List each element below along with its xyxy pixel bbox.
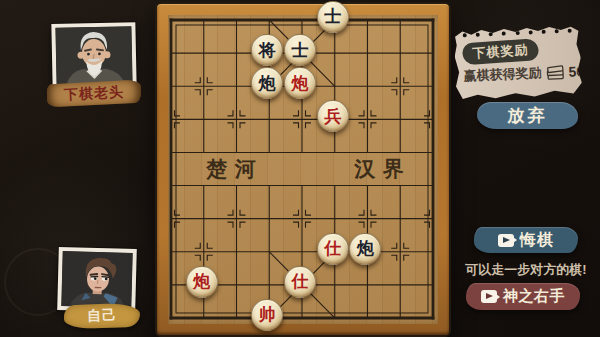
xiangqi-board: 楚 河汉 界 士将士炮炮兵仕炮炮仕帅 <box>155 2 451 337</box>
video-ad-icon <box>498 234 514 247</box>
piece-red-advisor[interactable]: 仕 <box>317 233 349 265</box>
undo-button-label: 悔棋 <box>520 230 554 251</box>
board-field[interactable]: 楚 河汉 界 士将士炮炮兵仕炮炮仕帅 <box>168 15 438 324</box>
piece-red-general[interactable]: 帅 <box>251 299 283 331</box>
self-name-plate: 自己 <box>64 303 141 330</box>
opponent-portrait <box>51 22 136 89</box>
piece-black-general[interactable]: 将 <box>251 34 283 66</box>
old-man-avatar <box>55 26 132 85</box>
piece-red-cannon[interactable]: 炮 <box>186 266 218 298</box>
piece-black-advisor[interactable]: 士 <box>317 1 349 33</box>
god-hand-tip: 可以走一步对方的棋! <box>452 261 600 279</box>
self-portrait <box>57 247 137 312</box>
piece-black-cannon[interactable]: 炮 <box>349 233 381 265</box>
god-hand-button-label: 神之右手 <box>503 287 565 306</box>
piece-red-advisor[interactable]: 仕 <box>284 266 316 298</box>
video-ad-icon <box>481 290 497 303</box>
undo-button[interactable]: 悔棋 <box>474 227 578 253</box>
river-text-left: 楚 河 <box>205 156 255 181</box>
piece-red-cannon[interactable]: 炮 <box>284 67 316 99</box>
opponent-name-plate: 下棋老头 <box>46 80 141 108</box>
reward-desc: 赢棋获得奖励 <box>463 64 542 85</box>
reward-amount: 50 <box>568 63 584 80</box>
reward-note: 下棋奖励 赢棋获得奖励 50 <box>454 24 583 100</box>
god-hand-button[interactable]: 神之右手 <box>466 283 580 310</box>
piece-black-cannon[interactable]: 炮 <box>251 67 283 99</box>
piece-red-pawn[interactable]: 兵 <box>317 100 349 132</box>
river-text-right: 汉 界 <box>353 156 403 181</box>
game-screen: 下棋老头 自己 楚 河汉 界 士将士炮炮兵仕炮炮仕帅 <box>0 0 600 337</box>
reward-title-banner: 下棋奖励 <box>462 38 539 65</box>
banknotes-icon <box>545 63 567 81</box>
piece-black-advisor[interactable]: 士 <box>284 34 316 66</box>
young-man-avatar <box>61 251 132 308</box>
torn-paper-holes <box>463 29 572 38</box>
give-up-button[interactable]: 放弃 <box>477 102 578 129</box>
